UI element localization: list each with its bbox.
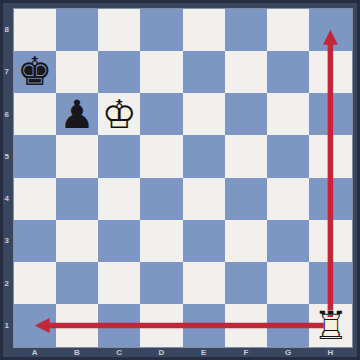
square-a3[interactable] — [14, 220, 56, 262]
square-d4[interactable] — [140, 178, 182, 220]
square-b5[interactable] — [56, 135, 98, 177]
square-h8[interactable] — [309, 9, 351, 51]
square-f2[interactable] — [225, 262, 267, 304]
square-g7[interactable] — [267, 51, 309, 93]
square-a8[interactable] — [14, 9, 56, 51]
rank-label-1: 1 — [0, 304, 14, 346]
square-f3[interactable] — [225, 220, 267, 262]
square-h7[interactable] — [309, 51, 351, 93]
square-c4[interactable] — [98, 178, 140, 220]
square-e5[interactable] — [183, 135, 225, 177]
rank-label-5: 5 — [0, 135, 14, 177]
file-label-g: G — [267, 347, 309, 357]
file-label-h: H — [309, 347, 351, 357]
square-g2[interactable] — [267, 262, 309, 304]
square-e7[interactable] — [183, 51, 225, 93]
rank-label-7: 7 — [0, 51, 14, 93]
rank-label-4: 4 — [0, 178, 14, 220]
square-b7[interactable] — [56, 51, 98, 93]
square-a1[interactable] — [14, 304, 56, 346]
square-e1[interactable] — [183, 304, 225, 346]
square-d6[interactable] — [140, 93, 182, 135]
white-rook-outline-glyph: ♖ — [309, 304, 351, 346]
square-g1[interactable] — [267, 304, 309, 346]
rank-labels: 87654321 — [0, 9, 14, 347]
rank-label-6: 6 — [0, 93, 14, 135]
square-h6[interactable] — [309, 93, 351, 135]
square-a5[interactable] — [14, 135, 56, 177]
square-b2[interactable] — [56, 262, 98, 304]
square-b8[interactable] — [56, 9, 98, 51]
file-label-a: A — [14, 347, 56, 357]
square-d3[interactable] — [140, 220, 182, 262]
square-f1[interactable] — [225, 304, 267, 346]
square-a6[interactable] — [14, 93, 56, 135]
chess-board — [14, 9, 352, 347]
white-king-outline-glyph: ♔ — [98, 93, 140, 135]
square-d1[interactable] — [140, 304, 182, 346]
square-c3[interactable] — [98, 220, 140, 262]
square-f4[interactable] — [225, 178, 267, 220]
square-g8[interactable] — [267, 9, 309, 51]
square-f5[interactable] — [225, 135, 267, 177]
square-b4[interactable] — [56, 178, 98, 220]
square-f6[interactable] — [225, 93, 267, 135]
square-h4[interactable] — [309, 178, 351, 220]
square-g5[interactable] — [267, 135, 309, 177]
black-king-a7[interactable]: ♚ — [14, 51, 56, 93]
square-b1[interactable] — [56, 304, 98, 346]
file-label-b: B — [56, 347, 98, 357]
square-h5[interactable] — [309, 135, 351, 177]
square-f7[interactable] — [225, 51, 267, 93]
square-e6[interactable] — [183, 93, 225, 135]
square-c8[interactable] — [98, 9, 140, 51]
square-c2[interactable] — [98, 262, 140, 304]
square-d5[interactable] — [140, 135, 182, 177]
white-rook-h1[interactable]: ♜♖ — [309, 304, 351, 346]
square-c1[interactable] — [98, 304, 140, 346]
rank-label-2: 2 — [0, 262, 14, 304]
square-c5[interactable] — [98, 135, 140, 177]
rank-label-8: 8 — [0, 9, 14, 51]
rank-label-3: 3 — [0, 220, 14, 262]
square-e8[interactable] — [183, 9, 225, 51]
square-h3[interactable] — [309, 220, 351, 262]
square-d7[interactable] — [140, 51, 182, 93]
square-e3[interactable] — [183, 220, 225, 262]
square-d2[interactable] — [140, 262, 182, 304]
file-label-d: D — [140, 347, 182, 357]
square-g6[interactable] — [267, 93, 309, 135]
square-a2[interactable] — [14, 262, 56, 304]
square-d8[interactable] — [140, 9, 182, 51]
file-label-e: E — [183, 347, 225, 357]
white-king-c6[interactable]: ♚♔ — [98, 93, 140, 135]
square-a4[interactable] — [14, 178, 56, 220]
square-g3[interactable] — [267, 220, 309, 262]
square-c7[interactable] — [98, 51, 140, 93]
square-h2[interactable] — [309, 262, 351, 304]
file-label-c: C — [98, 347, 140, 357]
square-e4[interactable] — [183, 178, 225, 220]
black-pawn-b6[interactable]: ♟ — [56, 93, 98, 135]
file-label-f: F — [225, 347, 267, 357]
black-pawn-glyph: ♟ — [56, 93, 98, 135]
black-king-glyph: ♚ — [14, 51, 56, 93]
square-e2[interactable] — [183, 262, 225, 304]
square-b3[interactable] — [56, 220, 98, 262]
file-labels: ABCDEFGH — [14, 347, 352, 357]
chess-diagram: 87654321 ABCDEFGH ♚♟♚♔♜♖ — [0, 0, 360, 360]
square-f8[interactable] — [225, 9, 267, 51]
square-g4[interactable] — [267, 178, 309, 220]
